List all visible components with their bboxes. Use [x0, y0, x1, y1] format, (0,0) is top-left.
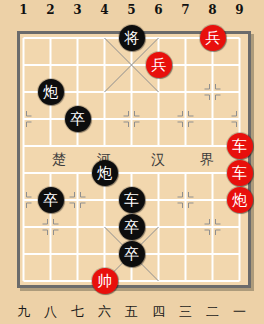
piece-red-soldier[interactable]: 兵 [200, 25, 226, 51]
piece-red-cannon[interactable]: 炮 [227, 187, 253, 213]
piece-black-cannon[interactable]: 炮 [92, 160, 118, 186]
piece-black-soldier[interactable]: 卒 [119, 214, 145, 240]
piece-red-chariot[interactable]: 车 [227, 133, 253, 159]
piece-black-general[interactable]: 将 [119, 25, 145, 51]
piece-black-soldier[interactable]: 卒 [38, 187, 64, 213]
piece-red-soldier[interactable]: 兵 [146, 52, 172, 78]
piece-red-chariot[interactable]: 车 [227, 160, 253, 186]
piece-red-general[interactable]: 帅 [92, 268, 118, 294]
piece-black-chariot[interactable]: 车 [119, 187, 145, 213]
piece-black-soldier[interactable]: 卒 [65, 106, 91, 132]
xiangqi-board-page: 123456789 楚河汉界 将兵兵炮卒车炮车卒车炮卒卒帅 九八七六五四三二一 [0, 0, 264, 324]
pieces-layer: 将兵兵炮卒车炮车卒车炮卒卒帅 [0, 0, 264, 324]
piece-black-soldier[interactable]: 卒 [119, 241, 145, 267]
piece-black-cannon[interactable]: 炮 [38, 79, 64, 105]
